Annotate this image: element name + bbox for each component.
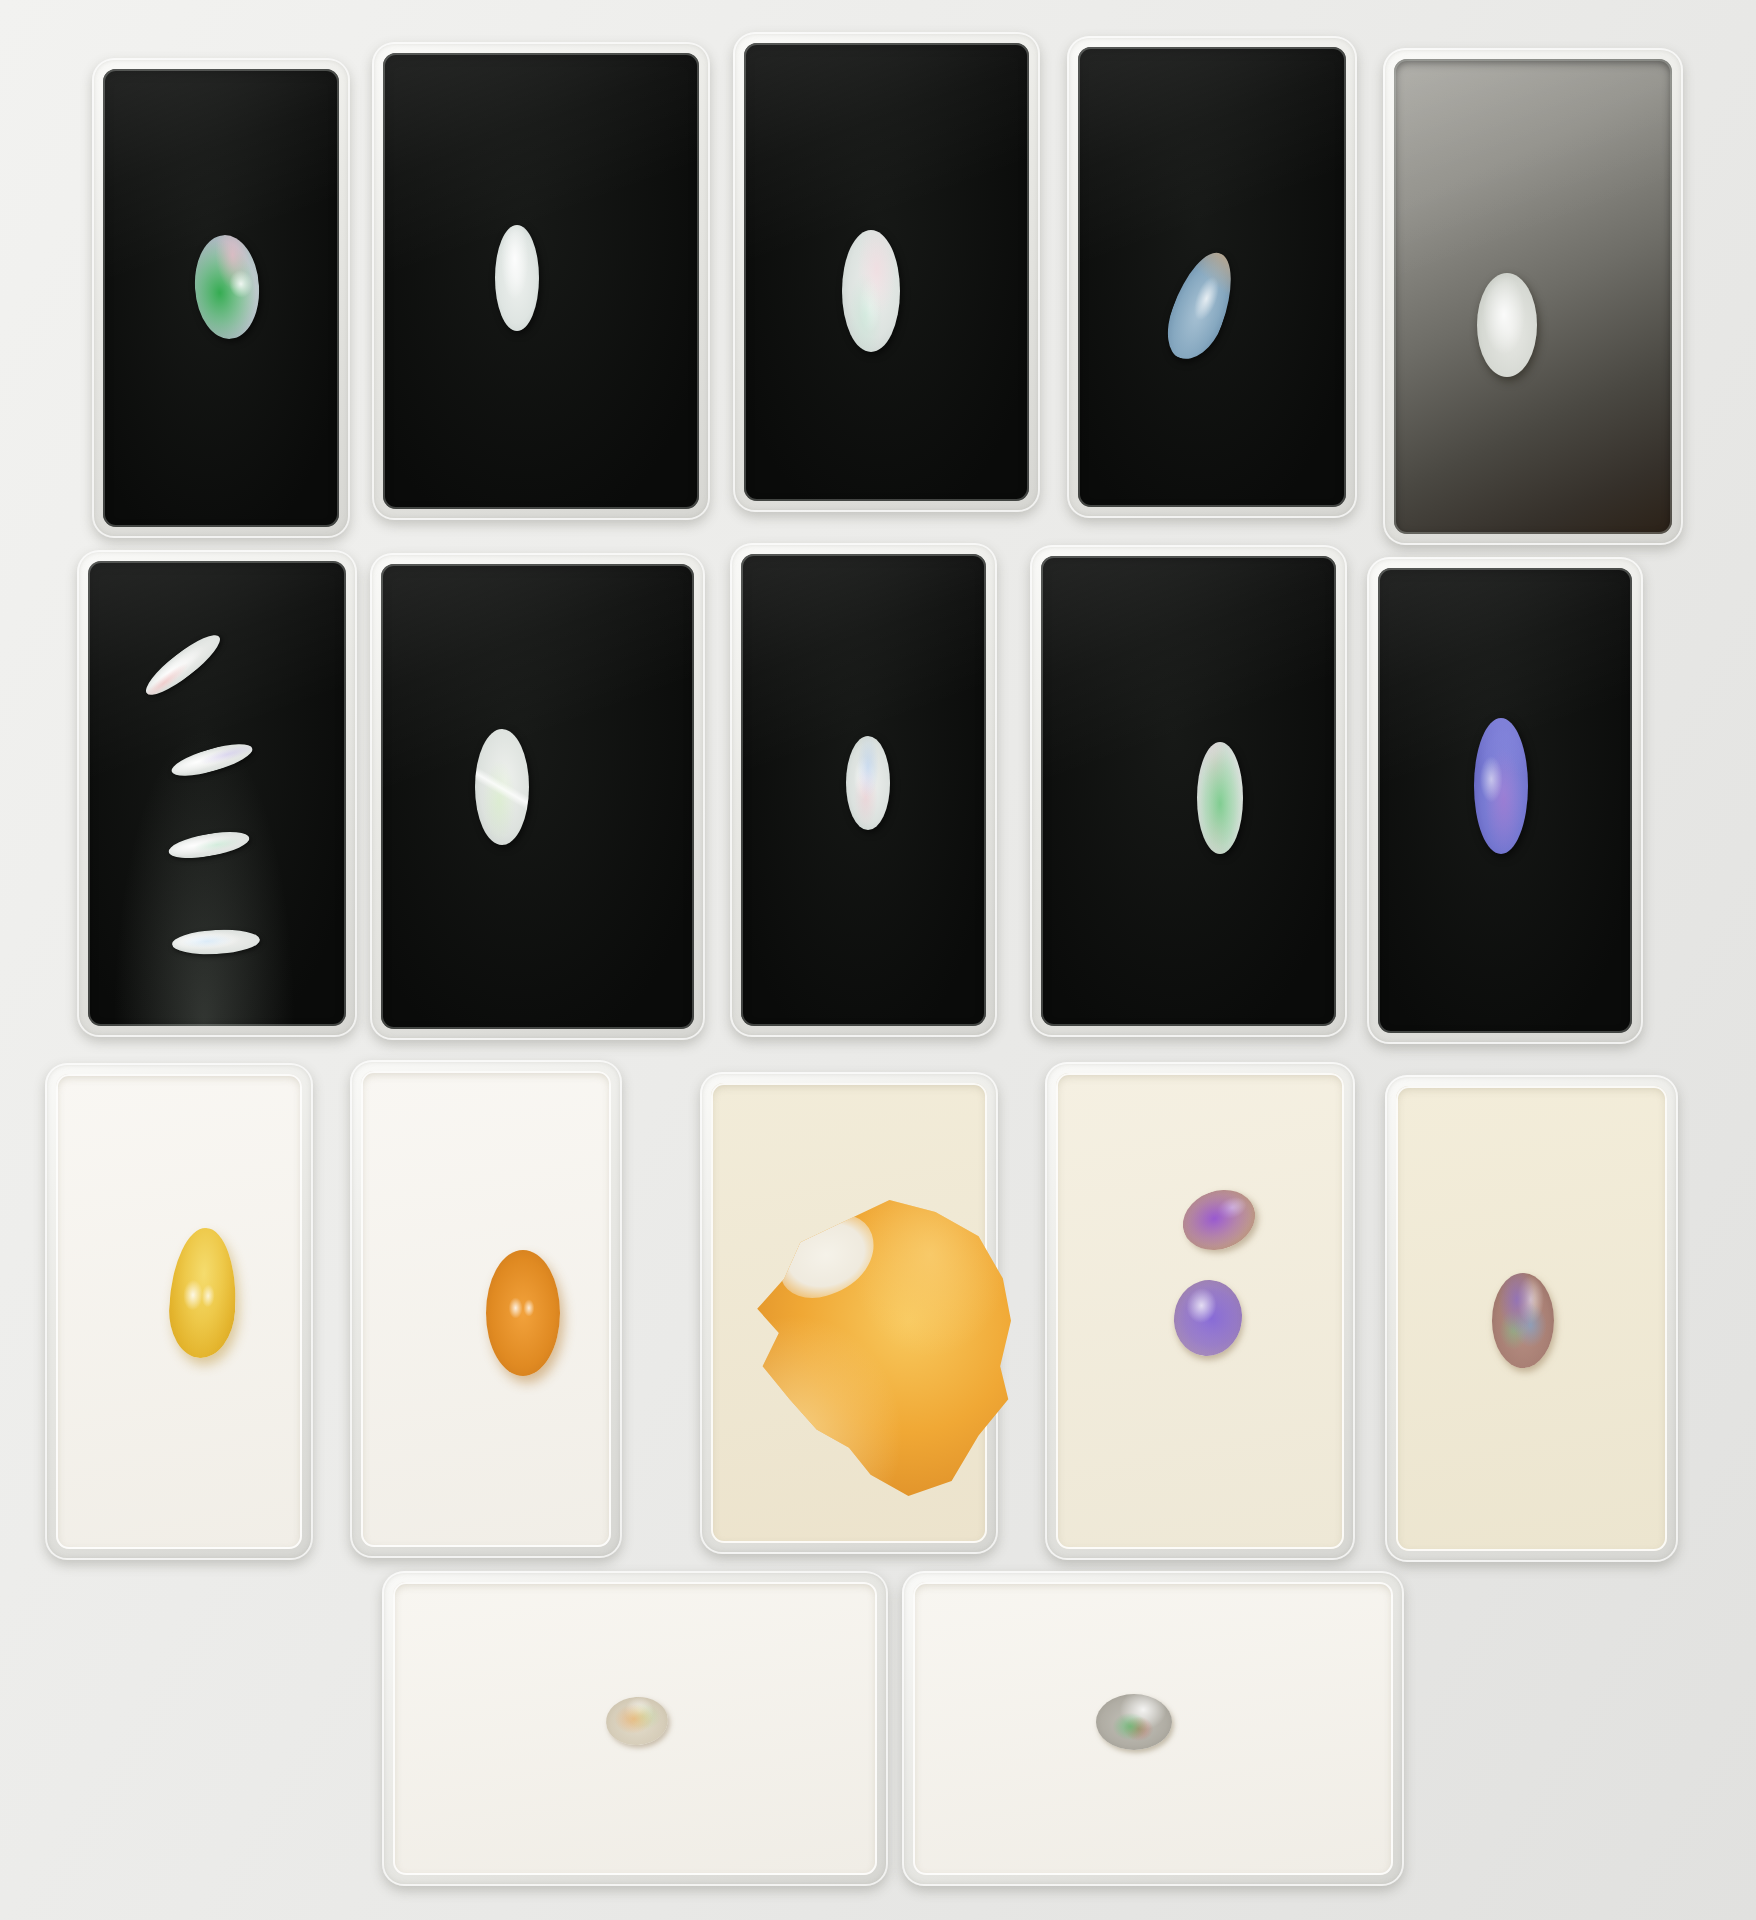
display-case-r1c5-silver-reflective-pad bbox=[1394, 59, 1672, 534]
display-case-r1c1 bbox=[92, 58, 350, 538]
white-opal-oval-cabochon bbox=[475, 729, 529, 845]
display-case-r2c4-black-velvet-pad bbox=[1041, 556, 1336, 1026]
display-case-r2c1-black-velvet-pad bbox=[88, 561, 346, 1026]
white-opal-oval-cabochon bbox=[842, 230, 900, 352]
display-case-r3c5 bbox=[1385, 1075, 1678, 1562]
display-case-r4c1 bbox=[382, 1571, 888, 1886]
display-case-r3c1 bbox=[45, 1063, 313, 1560]
orange-fire-opal-oval-cabochon bbox=[486, 1250, 560, 1376]
display-case-r2c2-black-velvet-pad bbox=[381, 564, 694, 1029]
display-case-r2c2 bbox=[370, 553, 705, 1040]
display-case-r1c5 bbox=[1383, 48, 1683, 545]
display-case-r3c2 bbox=[350, 1060, 622, 1558]
opal-collection-photo bbox=[0, 0, 1756, 1920]
display-case-r2c5 bbox=[1367, 557, 1643, 1044]
pinfire-crystal-opal-cabochon bbox=[1492, 1273, 1554, 1368]
display-case-r3c3 bbox=[700, 1072, 998, 1554]
display-case-r2c1 bbox=[77, 550, 357, 1037]
display-case-r3c4 bbox=[1045, 1062, 1355, 1560]
display-case-r1c2 bbox=[372, 42, 710, 520]
display-case-r1c2-black-velvet-pad bbox=[383, 53, 699, 509]
white-opal-green-sparkle-cabochon bbox=[1197, 742, 1243, 854]
gray-opal-pinfire-cabochon bbox=[1096, 1694, 1172, 1750]
white-opal-oval-cabochon bbox=[1477, 273, 1537, 377]
display-case-r1c4 bbox=[1067, 36, 1357, 518]
blue-crystal-opal-oval-cabochon bbox=[1474, 718, 1528, 854]
display-case-r2c3 bbox=[730, 543, 997, 1037]
display-case-r2c4 bbox=[1030, 545, 1347, 1037]
white-opal-elongated-cabochon bbox=[495, 225, 539, 331]
display-case-r1c3 bbox=[733, 32, 1040, 512]
display-case-r4c2 bbox=[902, 1571, 1404, 1886]
white-opal-oval-cabochon bbox=[846, 736, 890, 830]
